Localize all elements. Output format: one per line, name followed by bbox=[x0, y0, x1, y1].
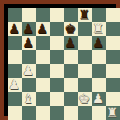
square-c2[interactable] bbox=[36, 92, 50, 106]
square-a2[interactable] bbox=[8, 92, 22, 106]
square-e1[interactable] bbox=[64, 106, 78, 120]
square-f3[interactable] bbox=[78, 78, 92, 92]
square-g5[interactable] bbox=[92, 50, 106, 64]
square-b8[interactable] bbox=[22, 8, 36, 22]
square-f4[interactable] bbox=[78, 64, 92, 78]
square-c7[interactable]: ♟ bbox=[36, 22, 50, 36]
square-d5[interactable] bbox=[50, 50, 64, 64]
square-h7[interactable] bbox=[106, 22, 120, 36]
square-a8[interactable] bbox=[8, 8, 22, 22]
square-h8[interactable] bbox=[106, 8, 120, 22]
square-a4[interactable] bbox=[8, 64, 22, 78]
square-f7[interactable] bbox=[78, 22, 92, 36]
square-g1[interactable] bbox=[92, 106, 106, 120]
square-h3[interactable] bbox=[106, 78, 120, 92]
square-b4[interactable]: ♟ bbox=[22, 64, 36, 78]
piece-white-king[interactable]: ♚ bbox=[78, 92, 90, 106]
square-f5[interactable] bbox=[78, 50, 92, 64]
square-h1[interactable]: ♜ bbox=[106, 106, 120, 120]
square-b2[interactable]: ♝ bbox=[22, 92, 36, 106]
chess-board: ♜♟♟♟♚♜♟♟♟♟♟♝♚♟♜ bbox=[8, 8, 120, 120]
square-c1[interactable] bbox=[36, 106, 50, 120]
piece-black-pawn[interactable]: ♟ bbox=[22, 36, 34, 50]
piece-black-rook[interactable]: ♜ bbox=[78, 8, 90, 22]
piece-black-pawn[interactable]: ♟ bbox=[36, 22, 48, 36]
square-g2[interactable]: ♟ bbox=[92, 92, 106, 106]
square-g7[interactable]: ♜ bbox=[92, 22, 106, 36]
square-e8[interactable] bbox=[64, 8, 78, 22]
square-f2[interactable]: ♚ bbox=[78, 92, 92, 106]
piece-black-pawn[interactable]: ♟ bbox=[92, 36, 104, 50]
square-d1[interactable] bbox=[50, 106, 64, 120]
piece-black-pawn[interactable]: ♟ bbox=[8, 22, 20, 36]
square-b1[interactable] bbox=[22, 106, 36, 120]
square-f1[interactable] bbox=[78, 106, 92, 120]
square-c8[interactable] bbox=[36, 8, 50, 22]
piece-white-bishop[interactable]: ♝ bbox=[22, 92, 34, 106]
square-c6[interactable] bbox=[36, 36, 50, 50]
square-c3[interactable] bbox=[36, 78, 50, 92]
square-b6[interactable]: ♟ bbox=[22, 36, 36, 50]
square-a6[interactable] bbox=[8, 36, 22, 50]
piece-white-pawn[interactable]: ♟ bbox=[92, 92, 104, 106]
square-d2[interactable] bbox=[50, 92, 64, 106]
square-e4[interactable] bbox=[64, 64, 78, 78]
piece-white-pawn[interactable]: ♟ bbox=[22, 64, 34, 78]
square-e2[interactable] bbox=[64, 92, 78, 106]
square-d6[interactable] bbox=[50, 36, 64, 50]
square-g3[interactable] bbox=[92, 78, 106, 92]
piece-white-rook[interactable]: ♜ bbox=[92, 22, 104, 36]
square-e5[interactable] bbox=[64, 50, 78, 64]
piece-black-king[interactable]: ♚ bbox=[64, 22, 76, 36]
square-b3[interactable] bbox=[22, 78, 36, 92]
square-g6[interactable]: ♟ bbox=[92, 36, 106, 50]
square-h5[interactable] bbox=[106, 50, 120, 64]
square-b7[interactable]: ♟ bbox=[22, 22, 36, 36]
square-e3[interactable] bbox=[64, 78, 78, 92]
square-d8[interactable] bbox=[50, 8, 64, 22]
square-g4[interactable] bbox=[92, 64, 106, 78]
piece-white-pawn[interactable]: ♟ bbox=[8, 78, 20, 92]
square-a3[interactable]: ♟ bbox=[8, 78, 22, 92]
square-d3[interactable] bbox=[50, 78, 64, 92]
square-g8[interactable] bbox=[92, 8, 106, 22]
square-f6[interactable] bbox=[78, 36, 92, 50]
piece-black-pawn[interactable]: ♟ bbox=[22, 22, 34, 36]
square-d7[interactable] bbox=[50, 22, 64, 36]
square-a1[interactable] bbox=[8, 106, 22, 120]
piece-white-rook[interactable]: ♜ bbox=[106, 106, 118, 120]
square-d4[interactable] bbox=[50, 64, 64, 78]
square-h6[interactable] bbox=[106, 36, 120, 50]
square-c4[interactable] bbox=[36, 64, 50, 78]
board-border: ♜♟♟♟♚♜♟♟♟♟♟♝♚♟♜ bbox=[0, 0, 120, 120]
piece-black-pawn[interactable]: ♟ bbox=[64, 36, 76, 50]
square-h2[interactable] bbox=[106, 92, 120, 106]
chess-app-window: ♜♟♟♟♚♜♟♟♟♟♟♝♚♟♜ bbox=[0, 0, 120, 120]
square-h4[interactable] bbox=[106, 64, 120, 78]
square-a5[interactable] bbox=[8, 50, 22, 64]
square-b5[interactable] bbox=[22, 50, 36, 64]
square-e6[interactable]: ♟ bbox=[64, 36, 78, 50]
square-c5[interactable] bbox=[36, 50, 50, 64]
square-e7[interactable]: ♚ bbox=[64, 22, 78, 36]
square-f8[interactable]: ♜ bbox=[78, 8, 92, 22]
square-a7[interactable]: ♟ bbox=[8, 22, 22, 36]
